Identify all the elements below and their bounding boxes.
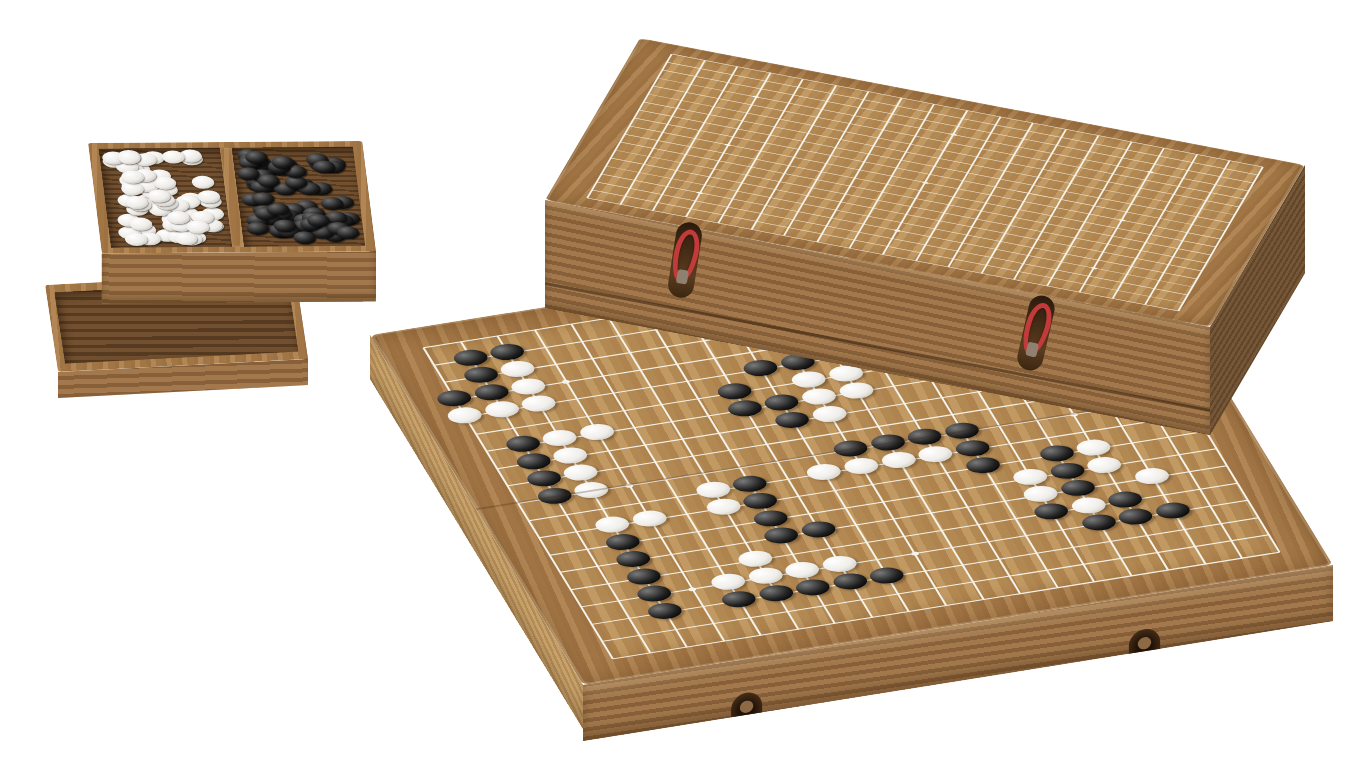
black-stone — [740, 491, 781, 511]
white-stone — [803, 462, 844, 482]
white-stone — [166, 211, 190, 224]
black-stone — [1057, 478, 1098, 498]
wooden-peg — [1138, 636, 1152, 650]
wooden-peg — [740, 700, 754, 714]
black-stone — [866, 565, 907, 585]
white-stone — [576, 422, 617, 442]
black-stone — [1036, 443, 1077, 463]
black-stone — [470, 382, 511, 402]
black-stone — [829, 571, 870, 591]
cord-knot — [676, 269, 689, 285]
black-stone — [724, 398, 765, 418]
star-point — [561, 380, 570, 385]
black-stone — [750, 508, 791, 528]
white-stone — [840, 456, 881, 476]
white-stone — [481, 399, 522, 419]
black-stone — [755, 583, 796, 603]
black-stone — [513, 451, 554, 471]
black-stone — [1105, 489, 1146, 509]
black-stone — [246, 222, 270, 235]
black-stone — [336, 226, 360, 239]
white-stone — [1020, 484, 1061, 504]
white-stone — [1073, 437, 1114, 457]
black-stone — [772, 410, 813, 430]
peg-hole — [731, 690, 762, 717]
black-stone — [460, 365, 501, 385]
white-stone — [835, 381, 876, 401]
white-stone — [692, 479, 733, 499]
black-stone — [798, 519, 839, 539]
white-stone — [745, 566, 786, 586]
black-stone — [761, 392, 802, 412]
black-stone — [792, 577, 833, 597]
black-stone — [256, 174, 280, 187]
black-stone — [502, 434, 543, 454]
white-stone — [444, 405, 485, 425]
black-stone — [1152, 501, 1193, 521]
white-stone — [629, 509, 670, 529]
white-stone — [508, 376, 549, 396]
white-stone — [560, 463, 601, 483]
black-stone — [718, 589, 759, 609]
white-stone — [197, 190, 221, 203]
black-stone — [523, 469, 564, 489]
black-stone — [1031, 501, 1072, 521]
white-stone — [1084, 455, 1125, 475]
black-stone — [306, 214, 330, 227]
white-stone — [539, 428, 580, 448]
black-stone — [729, 473, 770, 493]
white-stone — [809, 404, 850, 424]
black-stone — [644, 601, 685, 621]
white-stone — [819, 554, 860, 574]
peg-hole — [1129, 627, 1160, 654]
white-stone — [174, 232, 198, 245]
star-point — [910, 551, 919, 556]
black-stone — [740, 358, 781, 378]
stone-tray-front-edge — [102, 251, 376, 303]
black-stone — [951, 438, 992, 458]
white-stones-compartment — [99, 148, 233, 248]
black-stone — [433, 388, 474, 408]
white-stone — [550, 445, 591, 465]
go-set-product-photo — [0, 0, 1364, 768]
black-stone — [1115, 507, 1156, 527]
black-stone — [449, 348, 490, 368]
white-stone — [161, 150, 185, 163]
white-stone — [1131, 466, 1172, 486]
white-stone — [788, 369, 829, 389]
black-stone — [602, 532, 643, 552]
black-stone — [320, 197, 344, 210]
black-stone — [486, 342, 527, 362]
white-stone — [592, 514, 633, 534]
white-stone — [191, 176, 215, 189]
white-stone — [1010, 467, 1051, 487]
white-stone — [518, 393, 559, 413]
black-stone — [761, 525, 802, 545]
black-stone — [962, 455, 1003, 475]
white-stone — [877, 450, 918, 470]
white-stone — [798, 387, 839, 407]
black-stones-compartment — [232, 147, 366, 247]
black-stone — [634, 584, 675, 604]
white-stone — [734, 549, 775, 569]
black-stone — [623, 566, 664, 586]
white-stone — [497, 359, 538, 379]
black-stone — [1047, 461, 1088, 481]
star-point — [688, 587, 697, 592]
black-stone — [613, 549, 654, 569]
grid-line — [625, 134, 1216, 247]
black-stone — [1078, 512, 1119, 532]
white-stone — [124, 233, 148, 246]
white-stone — [914, 444, 955, 464]
white-stone — [703, 497, 744, 517]
white-stone — [782, 560, 823, 580]
stone-tray — [88, 141, 376, 253]
white-stone — [708, 572, 749, 592]
black-stone — [273, 219, 297, 232]
black-stone — [292, 231, 316, 244]
black-stone — [714, 381, 755, 401]
white-stone — [1068, 495, 1109, 515]
